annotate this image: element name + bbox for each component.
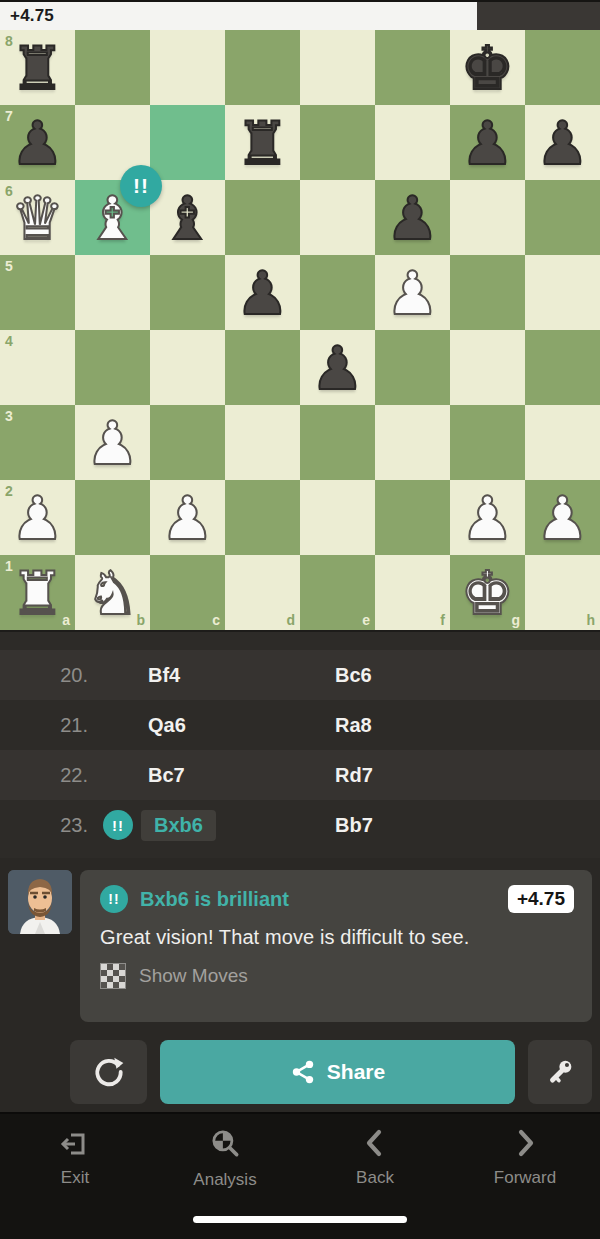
square-g4[interactable] <box>450 330 525 405</box>
chess-board: 8♜♚7♟♜♟♟6♛♝♝♟5♟♟4♟3♟2♟♟♟♟1a♜b♞cdefg♚h!! <box>0 30 600 630</box>
black-move[interactable]: Rfd8 <box>335 630 379 637</box>
square-g1[interactable]: g♚ <box>450 555 525 630</box>
square-e2[interactable] <box>300 480 375 555</box>
move-number: 21. <box>0 714 88 737</box>
mini-board-icon <box>100 963 126 989</box>
square-a7[interactable]: 7♟ <box>0 105 75 180</box>
black-move[interactable]: Rd7 <box>335 764 373 787</box>
square-c7[interactable] <box>150 105 225 180</box>
eval-badge: +4.75 <box>508 885 574 913</box>
square-b8[interactable] <box>75 30 150 105</box>
square-b4[interactable] <box>75 330 150 405</box>
white-pawn-icon[interactable]: ♟ <box>525 480 600 555</box>
move-row: 23.!!Bxb6Bb7 <box>0 800 600 850</box>
black-pawn-icon[interactable]: ♟ <box>525 105 600 180</box>
square-d3[interactable] <box>225 405 300 480</box>
white-king-icon[interactable]: ♚ <box>450 555 525 630</box>
rank-label-4: 4 <box>5 334 13 348</box>
white-move[interactable]: !!Bxb6 <box>88 810 335 841</box>
retry-icon <box>92 1055 126 1089</box>
white-move[interactable]: Qa6 <box>88 714 335 737</box>
square-c4[interactable] <box>150 330 225 405</box>
move-number: 19. <box>0 630 88 637</box>
square-h4[interactable] <box>525 330 600 405</box>
square-b2[interactable] <box>75 480 150 555</box>
square-f1[interactable]: f <box>375 555 450 630</box>
nav-back-label: Back <box>356 1168 394 1188</box>
square-g6[interactable] <box>450 180 525 255</box>
square-c3[interactable] <box>150 405 225 480</box>
rank-label-5: 5 <box>5 259 13 273</box>
brilliant-badge-icon: !! <box>100 885 128 913</box>
move-row: 19.Bd6Rfd8 <box>0 630 600 650</box>
square-d6[interactable] <box>225 180 300 255</box>
evaluation-bar-white-fill: +4.75 <box>0 2 477 30</box>
white-pawn-icon[interactable]: ♟ <box>0 480 75 555</box>
square-d5[interactable]: ♟ <box>225 255 300 330</box>
square-c2[interactable]: ♟ <box>150 480 225 555</box>
bottom-nav: Exit Analysis Back Forward <box>0 1112 600 1239</box>
move-number: 20. <box>0 664 88 687</box>
square-b3[interactable]: ♟ <box>75 405 150 480</box>
square-h2[interactable]: ♟ <box>525 480 600 555</box>
nav-exit-label: Exit <box>61 1168 89 1188</box>
move-row: 22.Bc7Rd7 <box>0 750 600 800</box>
white-move[interactable]: Bc7 <box>88 764 335 787</box>
coach-avatar <box>8 870 72 934</box>
coach-avatar-illustration <box>8 870 72 934</box>
action-bar: Share <box>0 1038 600 1112</box>
square-a6[interactable]: 6♛ <box>0 180 75 255</box>
black-move[interactable]: Bc6 <box>335 664 372 687</box>
key-icon <box>545 1057 575 1087</box>
file-label-f: f <box>440 613 445 627</box>
white-queen-icon[interactable]: ♛ <box>0 180 75 255</box>
comment-header: !! Bxb6 is brilliant +4.75 <box>100 885 574 913</box>
move-number: 22. <box>0 764 88 787</box>
brilliant-badge-icon: !! <box>103 810 133 840</box>
file-label-c: c <box>212 613 220 627</box>
comment-body: Great vision! That move is difficult to … <box>100 926 574 949</box>
square-d7[interactable]: ♜ <box>225 105 300 180</box>
nav-analysis-label: Analysis <box>193 1170 256 1190</box>
square-a5[interactable]: 5 <box>0 255 75 330</box>
evaluation-score: +4.75 <box>0 6 54 26</box>
white-pawn-icon[interactable]: ♟ <box>150 480 225 555</box>
retry-button[interactable] <box>70 1040 147 1104</box>
square-f4[interactable] <box>375 330 450 405</box>
square-e7[interactable] <box>300 105 375 180</box>
square-c8[interactable] <box>150 30 225 105</box>
square-f5[interactable]: ♟ <box>375 255 450 330</box>
square-e8[interactable] <box>300 30 375 105</box>
square-b5[interactable] <box>75 255 150 330</box>
square-g3[interactable] <box>450 405 525 480</box>
black-pawn-icon[interactable]: ♟ <box>0 105 75 180</box>
move-list: 19.Bd6Rfd820.Bf4Bc621.Qa6Ra822.Bc7Rd723.… <box>0 630 600 858</box>
square-g5[interactable] <box>450 255 525 330</box>
move-row: 21.Qa6Ra8 <box>0 700 600 750</box>
square-f8[interactable] <box>375 30 450 105</box>
black-move[interactable]: Ra8 <box>335 714 372 737</box>
square-h5[interactable] <box>525 255 600 330</box>
nav-forward[interactable]: Forward <box>450 1127 600 1239</box>
board-brilliant-badge-icon: !! <box>120 165 162 207</box>
white-pawn-icon[interactable]: ♟ <box>450 480 525 555</box>
analysis-icon <box>208 1127 242 1161</box>
square-e4[interactable]: ♟ <box>300 330 375 405</box>
square-g7[interactable]: ♟ <box>450 105 525 180</box>
square-a3[interactable]: 3 <box>0 405 75 480</box>
square-e5[interactable] <box>300 255 375 330</box>
black-pawn-icon[interactable]: ♟ <box>300 330 375 405</box>
selected-move-chip[interactable]: Bxb6 <box>141 810 216 841</box>
white-move[interactable]: Bd6 <box>88 630 335 637</box>
square-f2[interactable] <box>375 480 450 555</box>
home-indicator <box>193 1216 407 1223</box>
square-d1[interactable]: d <box>225 555 300 630</box>
square-d8[interactable] <box>225 30 300 105</box>
white-knight-icon[interactable]: ♞ <box>75 555 150 630</box>
black-pawn-icon[interactable]: ♟ <box>225 255 300 330</box>
file-label-d: d <box>286 613 295 627</box>
square-a4[interactable]: 4 <box>0 330 75 405</box>
square-h6[interactable] <box>525 180 600 255</box>
comment-title: Bxb6 is brilliant <box>140 888 289 911</box>
move-number: 23. <box>0 814 88 837</box>
black-rook-icon[interactable]: ♜ <box>225 105 300 180</box>
black-pawn-icon[interactable]: ♟ <box>375 180 450 255</box>
comment-card: !! Bxb6 is brilliant +4.75 Great vision!… <box>80 870 592 1022</box>
square-e1[interactable]: e <box>300 555 375 630</box>
show-moves-label: Show Moves <box>139 965 248 987</box>
black-king-icon[interactable]: ♚ <box>450 30 525 105</box>
key-button[interactable] <box>528 1040 592 1104</box>
move-row: 20.Bf4Bc6 <box>0 650 600 700</box>
square-a2[interactable]: 2♟ <box>0 480 75 555</box>
exit-icon <box>59 1127 91 1159</box>
share-button[interactable]: Share <box>160 1040 515 1104</box>
show-moves-button[interactable]: Show Moves <box>100 963 574 989</box>
black-pawn-icon[interactable]: ♟ <box>450 105 525 180</box>
square-e3[interactable] <box>300 405 375 480</box>
square-d2[interactable] <box>225 480 300 555</box>
square-f6[interactable]: ♟ <box>375 180 450 255</box>
white-pawn-icon[interactable]: ♟ <box>75 405 150 480</box>
square-f3[interactable] <box>375 405 450 480</box>
square-c1[interactable]: c <box>150 555 225 630</box>
square-h3[interactable] <box>525 405 600 480</box>
file-label-e: e <box>362 613 370 627</box>
coach-comment-panel: !! Bxb6 is brilliant +4.75 Great vision!… <box>0 858 600 1038</box>
square-c5[interactable] <box>150 255 225 330</box>
square-h8[interactable] <box>525 30 600 105</box>
white-move[interactable]: Bf4 <box>88 664 335 687</box>
square-a8[interactable]: 8♜ <box>0 30 75 105</box>
app-screen: +4.75 8♜♚7♟♜♟♟6♛♝♝♟5♟♟4♟3♟2♟♟♟♟1a♜b♞cdef… <box>0 0 600 1239</box>
black-move[interactable]: Bb7 <box>335 814 373 837</box>
square-g8[interactable]: ♚ <box>450 30 525 105</box>
square-h7[interactable]: ♟ <box>525 105 600 180</box>
square-d4[interactable] <box>225 330 300 405</box>
white-rook-icon[interactable]: ♜ <box>0 555 75 630</box>
file-label-h: h <box>586 613 595 627</box>
rank-label-3: 3 <box>5 409 13 423</box>
white-pawn-icon[interactable]: ♟ <box>375 255 450 330</box>
share-icon <box>290 1059 316 1085</box>
nav-exit[interactable]: Exit <box>0 1127 150 1239</box>
chevron-left-icon <box>359 1127 391 1159</box>
square-g2[interactable]: ♟ <box>450 480 525 555</box>
black-rook-icon[interactable]: ♜ <box>0 30 75 105</box>
square-h1[interactable]: h <box>525 555 600 630</box>
chevron-right-icon <box>509 1127 541 1159</box>
square-f7[interactable] <box>375 105 450 180</box>
share-label: Share <box>327 1060 385 1084</box>
nav-forward-label: Forward <box>494 1168 556 1188</box>
square-b1[interactable]: b♞ <box>75 555 150 630</box>
square-a1[interactable]: 1a♜ <box>0 555 75 630</box>
square-e6[interactable] <box>300 180 375 255</box>
evaluation-bar: +4.75 <box>0 0 600 30</box>
